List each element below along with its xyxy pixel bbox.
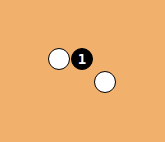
board-intersection-c5r1[interactable]	[94, 2, 117, 25]
board-intersection-c5r4[interactable]	[94, 71, 117, 94]
board-intersection-c7r3[interactable]	[140, 48, 163, 71]
board-intersection-c2r5[interactable]	[25, 94, 48, 117]
move-number: 1	[78, 52, 86, 66]
board-intersection-c6r4[interactable]	[117, 71, 140, 94]
board-intersection-c7r1[interactable]	[140, 2, 163, 25]
board-intersection-c4r6[interactable]	[71, 117, 94, 140]
board-intersection-c2r6[interactable]	[25, 117, 48, 140]
board-intersection-c2r2[interactable]	[25, 25, 48, 48]
board-intersection-c4r5[interactable]	[71, 94, 94, 117]
white-stone	[94, 71, 116, 93]
board-intersection-c6r5[interactable]	[117, 94, 140, 117]
board-intersection-c3r6[interactable]	[48, 117, 71, 140]
board-intersection-c1r1[interactable]	[2, 2, 25, 25]
board-intersection-c5r2[interactable]	[94, 25, 117, 48]
go-board: 1	[0, 0, 165, 142]
board-intersection-c3r1[interactable]	[48, 2, 71, 25]
board-intersection-c7r4[interactable]	[140, 71, 163, 94]
board-intersection-c7r2[interactable]	[140, 25, 163, 48]
board-intersection-c4r3[interactable]: 1	[71, 48, 94, 71]
board-intersection-c3r3[interactable]	[48, 48, 71, 71]
board-intersection-c3r2[interactable]	[48, 25, 71, 48]
board-intersection-c6r6[interactable]	[117, 117, 140, 140]
black-stone: 1	[71, 48, 93, 70]
white-stone	[48, 48, 70, 70]
board-intersection-c1r3[interactable]	[2, 48, 25, 71]
board-intersection-c6r3[interactable]	[117, 48, 140, 71]
board-intersection-c4r1[interactable]	[71, 2, 94, 25]
board-intersection-c3r5[interactable]	[48, 94, 71, 117]
board-intersection-c5r6[interactable]	[94, 117, 117, 140]
board-intersection-c5r3[interactable]	[94, 48, 117, 71]
board-intersection-c6r1[interactable]	[117, 2, 140, 25]
board-intersection-c5r5[interactable]	[94, 94, 117, 117]
board-intersection-c1r6[interactable]	[2, 117, 25, 140]
board-intersection-c1r2[interactable]	[2, 25, 25, 48]
board-intersection-c1r4[interactable]	[2, 71, 25, 94]
board-intersection-c6r2[interactable]	[117, 25, 140, 48]
board-intersection-c1r5[interactable]	[2, 94, 25, 117]
board-intersection-c7r5[interactable]	[140, 94, 163, 117]
board-intersection-c2r1[interactable]	[25, 2, 48, 25]
board-intersection-c4r2[interactable]	[71, 25, 94, 48]
go-board-grid: 1	[2, 2, 163, 140]
board-intersection-c7r6[interactable]	[140, 117, 163, 140]
board-intersection-c3r4[interactable]	[48, 71, 71, 94]
board-intersection-c4r4[interactable]	[71, 71, 94, 94]
board-intersection-c2r4[interactable]	[25, 71, 48, 94]
board-intersection-c2r3[interactable]	[25, 48, 48, 71]
